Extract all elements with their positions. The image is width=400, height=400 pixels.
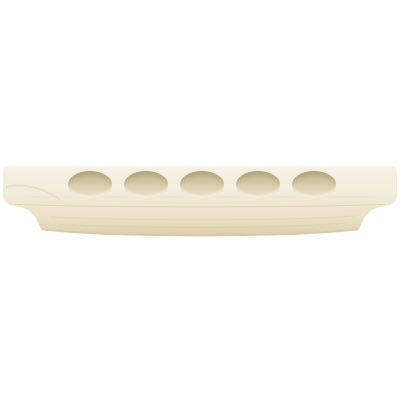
- pit-3[interactable]: [174, 170, 230, 198]
- pit-3-hollow: [180, 171, 224, 198]
- pit-1-hollow: [68, 171, 112, 198]
- pit-2[interactable]: [118, 170, 174, 198]
- product-photo-scene: [0, 0, 400, 400]
- pit-4[interactable]: [230, 170, 286, 198]
- pit-row: [62, 170, 342, 198]
- pit-5[interactable]: [286, 170, 342, 198]
- mancala-board: [0, 0, 400, 400]
- pit-2-hollow: [124, 171, 168, 198]
- pit-1[interactable]: [62, 170, 118, 198]
- pit-4-hollow: [236, 171, 280, 198]
- pit-5-hollow: [292, 171, 336, 198]
